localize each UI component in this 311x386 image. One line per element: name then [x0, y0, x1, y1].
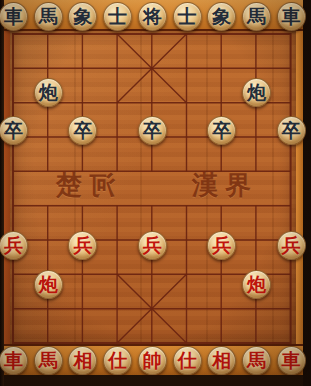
board-frame-right	[296, 31, 303, 344]
piece-glyph: 兵	[73, 236, 92, 255]
piece-red-cannon[interactable]: 炮	[34, 270, 63, 299]
river-label-han-jie: 漢界	[192, 173, 251, 199]
piece-glyph: 卒	[212, 121, 231, 140]
piece-glyph: 将	[143, 7, 162, 26]
piece-black-cannon[interactable]: 炮	[34, 78, 63, 107]
piece-black-general[interactable]: 将	[138, 2, 167, 31]
piece-black-advisor[interactable]: 士	[103, 2, 132, 31]
xiangqi-board: 楚河 漢界 車馬象士将士象馬車炮炮卒卒卒卒卒兵兵兵兵兵炮炮車馬相仕帥仕相馬車	[0, 0, 311, 386]
piece-glyph: 馬	[247, 7, 266, 26]
piece-black-elephant[interactable]: 象	[207, 2, 236, 31]
piece-glyph: 兵	[212, 236, 231, 255]
piece-black-horse[interactable]: 馬	[242, 2, 271, 31]
piece-black-elephant[interactable]: 象	[68, 2, 97, 31]
piece-glyph: 相	[73, 351, 92, 370]
board-edge-right	[303, 0, 311, 386]
piece-glyph: 相	[212, 351, 231, 370]
piece-glyph: 炮	[39, 275, 58, 294]
piece-glyph: 兵	[143, 236, 162, 255]
piece-glyph: 車	[282, 351, 301, 370]
piece-red-chariot[interactable]: 車	[277, 346, 306, 375]
piece-red-horse[interactable]: 馬	[34, 346, 63, 375]
piece-glyph: 仕	[178, 351, 197, 370]
piece-black-cannon[interactable]: 炮	[242, 78, 271, 107]
piece-black-soldier[interactable]: 卒	[277, 116, 306, 145]
board-shadow-bottom	[0, 375, 311, 386]
piece-glyph: 炮	[247, 83, 266, 102]
piece-glyph: 卒	[143, 121, 162, 140]
piece-black-advisor[interactable]: 士	[173, 2, 202, 31]
river-char: 河	[89, 173, 115, 199]
piece-glyph: 兵	[282, 236, 301, 255]
piece-black-horse[interactable]: 馬	[34, 2, 63, 31]
piece-red-advisor[interactable]: 仕	[173, 346, 202, 375]
piece-glyph: 炮	[39, 83, 58, 102]
river-char: 楚	[56, 173, 82, 199]
piece-glyph: 馬	[39, 7, 58, 26]
piece-black-chariot[interactable]: 車	[277, 2, 306, 31]
piece-glyph: 兵	[4, 236, 23, 255]
piece-glyph: 卒	[73, 121, 92, 140]
piece-glyph: 士	[108, 7, 127, 26]
piece-glyph: 車	[4, 7, 23, 26]
river-label-chu-he: 楚河	[56, 173, 115, 199]
river-char: 界	[225, 173, 251, 199]
piece-glyph: 仕	[108, 351, 127, 370]
piece-glyph: 象	[73, 7, 92, 26]
piece-glyph: 帥	[143, 351, 162, 370]
piece-red-soldier[interactable]: 兵	[277, 231, 306, 260]
piece-glyph: 馬	[247, 351, 266, 370]
piece-glyph: 象	[212, 7, 231, 26]
piece-glyph: 卒	[282, 121, 301, 140]
river-char: 漢	[192, 173, 218, 199]
piece-glyph: 士	[178, 7, 197, 26]
piece-glyph: 車	[4, 351, 23, 370]
piece-red-cannon[interactable]: 炮	[242, 270, 271, 299]
piece-glyph: 卒	[4, 121, 23, 140]
piece-glyph: 炮	[247, 275, 266, 294]
piece-glyph: 車	[282, 7, 301, 26]
piece-black-chariot[interactable]: 車	[0, 2, 28, 31]
piece-glyph: 馬	[39, 351, 58, 370]
